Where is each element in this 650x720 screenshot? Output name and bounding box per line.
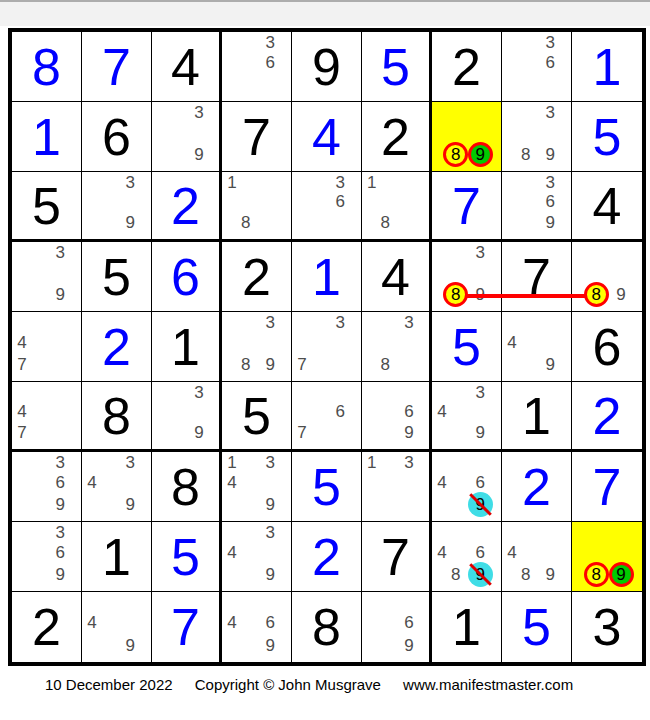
cell-r5c6[interactable]: 38 xyxy=(362,312,432,382)
digit-given: 5 xyxy=(82,242,151,311)
cell-r6c4[interactable]: 5 xyxy=(222,382,292,452)
cell-r4c7[interactable]: 389 xyxy=(432,242,502,312)
cell-r4c8[interactable]: 7 xyxy=(502,242,572,312)
candidate-3: 3 xyxy=(392,453,426,473)
digit-solved: 2 xyxy=(152,172,219,239)
digit-given: 6 xyxy=(82,102,151,171)
candidate-grid: 39 xyxy=(85,173,148,235)
candidate-6: 6 xyxy=(463,543,498,563)
cell-r6c8[interactable]: 1 xyxy=(502,382,572,452)
candidate-3: 3 xyxy=(323,313,358,333)
candidate-7: 7 xyxy=(15,353,29,377)
digit-solved: 7 xyxy=(572,452,642,521)
candidate-3: 3 xyxy=(533,33,568,53)
cell-r5c8[interactable]: 49 xyxy=(502,312,572,382)
candidate-9: 9 xyxy=(113,211,148,235)
cell-r1c7[interactable]: 2 xyxy=(432,32,502,102)
candidate-6: 6 xyxy=(392,402,426,421)
footer-date: 10 December 2022 xyxy=(45,676,173,693)
digit-given: 2 xyxy=(432,32,501,101)
candidate-grid: 469 xyxy=(435,453,498,517)
cell-r3c6[interactable]: 18 xyxy=(362,172,432,242)
footer-website[interactable]: www.manifestmaster.com xyxy=(403,676,573,693)
cell-r9c5[interactable]: 8 xyxy=(292,592,362,662)
cell-r3c1[interactable]: 5 xyxy=(12,172,82,242)
cell-r8c1[interactable]: 369 xyxy=(12,522,82,592)
cell-r6c5[interactable]: 67 xyxy=(292,382,362,452)
cell-r6c6[interactable]: 69 xyxy=(362,382,432,452)
candidate-9: 9 xyxy=(253,563,288,587)
cell-r7c5[interactable]: 5 xyxy=(292,452,362,522)
candidate-grid: 389 xyxy=(225,313,288,377)
digit-given: 2 xyxy=(362,102,429,171)
candidate-4: 4 xyxy=(505,333,519,353)
candidate-7: 7 xyxy=(295,353,309,377)
digit-solved: 8 xyxy=(12,32,81,101)
candidate-grid: 69 xyxy=(365,383,426,445)
digit-solved: 5 xyxy=(572,102,642,171)
digit-given: 8 xyxy=(82,382,151,449)
cell-r5c5[interactable]: 37 xyxy=(292,312,362,382)
candidate-6: 6 xyxy=(323,192,358,211)
cell-r4c2[interactable]: 5 xyxy=(82,242,152,312)
cell-r8c7[interactable]: 4689 xyxy=(432,522,502,592)
candidate-8: 8 xyxy=(239,353,253,377)
digit-given: 4 xyxy=(152,32,219,101)
cell-r4c5[interactable]: 1 xyxy=(292,242,362,312)
candidate-grid: 38 xyxy=(365,313,426,377)
candidate-9: 9 xyxy=(43,493,78,517)
candidate-3: 3 xyxy=(43,243,78,263)
cell-r5c2[interactable]: 2 xyxy=(82,312,152,382)
candidate-6: 6 xyxy=(463,473,498,493)
candidate-3: 3 xyxy=(43,523,78,543)
candidate-8: 8 xyxy=(378,353,391,377)
candidate-8: 8 xyxy=(519,143,533,167)
candidate-3: 3 xyxy=(253,33,288,53)
candidate-7: 7 xyxy=(15,421,29,445)
candidate-4: 4 xyxy=(15,402,29,421)
candidate-8-yellow-circle: 8 xyxy=(584,282,609,307)
cell-r7c4[interactable]: 1349 xyxy=(222,452,292,522)
digit-solved: 2 xyxy=(572,382,642,449)
candidate-1: 1 xyxy=(225,453,239,473)
digit-solved: 7 xyxy=(82,32,151,101)
candidate-3: 3 xyxy=(253,453,288,473)
digit-given: 6 xyxy=(572,312,642,381)
cell-r2c5[interactable]: 4 xyxy=(292,102,362,172)
cell-r7c8[interactable]: 2 xyxy=(502,452,572,522)
candidate-grid: 18 xyxy=(225,173,288,235)
cell-r6c1[interactable]: 47 xyxy=(12,382,82,452)
candidate-4: 4 xyxy=(225,613,239,633)
candidate-3: 3 xyxy=(253,523,288,543)
cell-r7c7[interactable]: 469 xyxy=(432,452,502,522)
cell-r1c4[interactable]: 36 xyxy=(222,32,292,102)
candidate-grid: 369 xyxy=(15,453,78,517)
cell-r1c9[interactable]: 1 xyxy=(572,32,642,102)
cell-r6c7[interactable]: 349 xyxy=(432,382,502,452)
digit-given: 7 xyxy=(222,102,291,171)
cell-r9c2[interactable]: 49 xyxy=(82,592,152,662)
cell-r1c8[interactable]: 36 xyxy=(502,32,572,102)
candidate-grid: 47 xyxy=(15,313,78,377)
candidate-4: 4 xyxy=(505,543,519,563)
candidate-9: 9 xyxy=(533,563,568,587)
sudoku-grid: 8743695236116397428938955392183618736943… xyxy=(12,32,642,662)
cell-r8c8[interactable]: 489 xyxy=(502,522,572,592)
candidate-9: 9 xyxy=(533,211,568,235)
cell-r9c8[interactable]: 5 xyxy=(502,592,572,662)
digit-given: 4 xyxy=(572,172,642,239)
cell-r1c5[interactable]: 9 xyxy=(292,32,362,102)
digit-solved: 1 xyxy=(12,102,81,171)
candidate-3: 3 xyxy=(182,103,216,123)
candidate-9: 9 xyxy=(392,421,426,445)
digit-given: 7 xyxy=(362,522,429,591)
candidate-8: 8 xyxy=(519,563,533,587)
candidate-6: 6 xyxy=(43,473,78,493)
cell-r3c7[interactable]: 7 xyxy=(432,172,502,242)
candidate-grid: 349 xyxy=(225,523,288,587)
cell-r9c6[interactable]: 69 xyxy=(362,592,432,662)
candidate-9: 9 xyxy=(182,421,216,445)
candidate-grid: 13 xyxy=(365,453,426,517)
candidate-grid: 36 xyxy=(505,33,568,97)
candidate-7: 7 xyxy=(295,421,309,445)
digit-given: 8 xyxy=(152,452,219,521)
candidate-9-green-circle: 9 xyxy=(609,562,634,587)
cell-r8c5[interactable]: 2 xyxy=(292,522,362,592)
candidate-3: 3 xyxy=(533,173,568,192)
candidate-3: 3 xyxy=(463,243,498,263)
candidate-1: 1 xyxy=(365,453,378,473)
candidate-9: 9 xyxy=(43,563,78,587)
footer-copyright: Copyright © John Musgrave xyxy=(195,676,381,693)
cell-r4c9[interactable]: 89 xyxy=(572,242,642,312)
candidate-3: 3 xyxy=(392,313,426,333)
candidate-4: 4 xyxy=(435,402,449,421)
digit-given: 9 xyxy=(292,32,361,101)
candidate-8: 8 xyxy=(378,211,391,235)
candidate-3: 3 xyxy=(113,453,148,473)
cell-r5c3[interactable]: 1 xyxy=(152,312,222,382)
candidate-9: 9 xyxy=(253,633,288,658)
cell-r7c1[interactable]: 369 xyxy=(12,452,82,522)
candidate-4: 4 xyxy=(225,543,239,563)
candidate-grid: 36 xyxy=(225,33,288,97)
cell-r7c3[interactable]: 8 xyxy=(152,452,222,522)
cell-r2c9[interactable]: 5 xyxy=(572,102,642,172)
candidate-8: 8 xyxy=(449,563,463,587)
candidate-3: 3 xyxy=(323,173,358,192)
digit-solved: 1 xyxy=(572,32,642,101)
candidate-4: 4 xyxy=(85,613,99,633)
digit-solved: 1 xyxy=(292,242,361,311)
cell-r3c9[interactable]: 4 xyxy=(572,172,642,242)
candidate-grid: 349 xyxy=(435,383,498,445)
candidate-3: 3 xyxy=(253,313,288,333)
cell-r4c4[interactable]: 2 xyxy=(222,242,292,312)
cell-r5c9[interactable]: 6 xyxy=(572,312,642,382)
candidate-grid: 89 xyxy=(575,523,639,587)
digit-given: 5 xyxy=(12,172,81,239)
cell-r2c6[interactable]: 2 xyxy=(362,102,432,172)
candidate-grid: 1349 xyxy=(225,453,288,517)
candidate-9: 9 xyxy=(253,353,288,377)
cell-r5c7[interactable]: 5 xyxy=(432,312,502,382)
candidate-grid: 47 xyxy=(15,383,78,445)
cell-r2c7[interactable]: 89 xyxy=(432,102,502,172)
cell-r3c2[interactable]: 39 xyxy=(82,172,152,242)
candidate-3: 3 xyxy=(113,173,148,192)
cell-r7c6[interactable]: 13 xyxy=(362,452,432,522)
candidate-9: 9 xyxy=(253,493,288,517)
cell-r9c7[interactable]: 1 xyxy=(432,592,502,662)
digit-given: 3 xyxy=(572,592,642,662)
candidate-1: 1 xyxy=(225,173,239,192)
digit-solved: 5 xyxy=(432,312,501,381)
candidate-grid: 489 xyxy=(505,523,568,587)
candidate-6: 6 xyxy=(43,543,78,563)
candidate-6: 6 xyxy=(253,53,288,73)
digit-given: 2 xyxy=(222,242,291,311)
cell-r6c3[interactable]: 39 xyxy=(152,382,222,452)
cell-r4c1[interactable]: 39 xyxy=(12,242,82,312)
candidate-9-green-circle: 9 xyxy=(468,142,493,167)
cell-r4c3[interactable]: 6 xyxy=(152,242,222,312)
cell-r7c2[interactable]: 349 xyxy=(82,452,152,522)
cell-r3c4[interactable]: 18 xyxy=(222,172,292,242)
digit-given: 5 xyxy=(222,382,291,449)
digit-solved: 2 xyxy=(82,312,151,381)
cell-r3c3[interactable]: 2 xyxy=(152,172,222,242)
candidate-6: 6 xyxy=(533,192,568,211)
candidate-9: 9 xyxy=(113,633,148,658)
cell-r8c9[interactable]: 89 xyxy=(572,522,642,592)
cell-r6c2[interactable]: 8 xyxy=(82,382,152,452)
candidate-4: 4 xyxy=(15,333,29,353)
candidate-6: 6 xyxy=(253,613,288,633)
candidate-9-cyan-strike: 9 xyxy=(468,492,493,517)
candidate-grid: 369 xyxy=(15,523,78,587)
candidate-grid: 39 xyxy=(155,383,216,445)
top-band xyxy=(0,0,650,26)
cell-r4c6[interactable]: 4 xyxy=(362,242,432,312)
digit-solved: 7 xyxy=(432,172,501,239)
candidate-grid: 369 xyxy=(505,173,568,235)
digit-solved: 5 xyxy=(362,32,429,101)
digit-given: 1 xyxy=(502,382,571,449)
strong-link-line xyxy=(456,294,596,298)
candidate-grid: 389 xyxy=(505,103,568,167)
candidate-4: 4 xyxy=(435,543,449,563)
candidate-grid: 89 xyxy=(575,243,639,307)
cell-r1c3[interactable]: 4 xyxy=(152,32,222,102)
digit-solved: 5 xyxy=(292,452,361,521)
candidate-grid: 4689 xyxy=(435,523,498,587)
digit-solved: 5 xyxy=(502,592,571,662)
candidate-9: 9 xyxy=(392,633,426,658)
candidate-4: 4 xyxy=(225,473,239,493)
candidate-6: 6 xyxy=(323,402,358,421)
cell-r7c9[interactable]: 7 xyxy=(572,452,642,522)
candidate-9: 9 xyxy=(533,353,568,377)
digit-given: 7 xyxy=(502,242,571,311)
cell-r3c8[interactable]: 369 xyxy=(502,172,572,242)
cell-r5c1[interactable]: 47 xyxy=(12,312,82,382)
cell-r9c9[interactable]: 3 xyxy=(572,592,642,662)
candidate-3: 3 xyxy=(533,103,568,123)
candidate-9: 9 xyxy=(463,421,498,445)
candidate-grid: 39 xyxy=(155,103,216,167)
candidate-grid: 37 xyxy=(295,313,358,377)
cell-r1c1[interactable]: 8 xyxy=(12,32,82,102)
candidate-9-cyan-strike: 9 xyxy=(468,562,493,587)
digit-given: 1 xyxy=(152,312,219,381)
candidate-9: 9 xyxy=(182,143,216,167)
cell-r9c1[interactable]: 2 xyxy=(12,592,82,662)
cell-r2c3[interactable]: 39 xyxy=(152,102,222,172)
candidate-grid: 69 xyxy=(365,593,426,658)
digit-solved: 4 xyxy=(292,102,361,171)
candidate-grid: 349 xyxy=(85,453,148,517)
cell-r8c6[interactable]: 7 xyxy=(362,522,432,592)
candidate-4: 4 xyxy=(435,473,449,493)
cell-r2c1[interactable]: 1 xyxy=(12,102,82,172)
candidate-1: 1 xyxy=(365,173,378,192)
candidate-grid: 49 xyxy=(505,313,568,377)
digit-given: 8 xyxy=(292,592,361,662)
candidate-6: 6 xyxy=(533,53,568,73)
candidate-8: 8 xyxy=(239,211,253,235)
candidate-8-yellow-circle: 8 xyxy=(584,562,609,587)
cell-r8c4[interactable]: 349 xyxy=(222,522,292,592)
candidate-grid: 89 xyxy=(435,103,498,167)
cell-r2c4[interactable]: 7 xyxy=(222,102,292,172)
candidate-grid: 18 xyxy=(365,173,426,235)
cell-r8c3[interactable]: 5 xyxy=(152,522,222,592)
digit-given: 1 xyxy=(82,522,151,591)
cell-r8c2[interactable]: 1 xyxy=(82,522,152,592)
cell-r5c4[interactable]: 389 xyxy=(222,312,292,382)
candidate-3: 3 xyxy=(182,383,216,402)
digit-solved: 7 xyxy=(152,592,219,662)
footer: 10 December 2022 Copyright © John Musgra… xyxy=(45,676,573,693)
candidate-9: 9 xyxy=(113,493,148,517)
candidate-3: 3 xyxy=(43,453,78,473)
candidate-6: 6 xyxy=(392,613,426,633)
cell-r9c4[interactable]: 469 xyxy=(222,592,292,662)
cell-r2c8[interactable]: 389 xyxy=(502,102,572,172)
candidate-9: 9 xyxy=(43,283,78,307)
digit-solved: 5 xyxy=(152,522,219,591)
candidate-grid: 36 xyxy=(295,173,358,235)
candidate-grid: 469 xyxy=(225,593,288,658)
cell-r2c2[interactable]: 6 xyxy=(82,102,152,172)
candidate-grid: 49 xyxy=(85,593,148,658)
candidate-grid: 67 xyxy=(295,383,358,445)
digit-given: 1 xyxy=(432,592,501,662)
cell-r1c2[interactable]: 7 xyxy=(82,32,152,102)
cell-r3c5[interactable]: 36 xyxy=(292,172,362,242)
candidate-9: 9 xyxy=(533,143,568,167)
digit-given: 2 xyxy=(12,592,81,662)
digit-solved: 6 xyxy=(152,242,219,311)
candidate-grid: 39 xyxy=(15,243,78,307)
candidate-4: 4 xyxy=(85,473,99,493)
candidate-3: 3 xyxy=(463,383,498,402)
cell-r1c6[interactable]: 5 xyxy=(362,32,432,102)
cell-r6c9[interactable]: 2 xyxy=(572,382,642,452)
digit-solved: 2 xyxy=(292,522,361,591)
cell-r9c3[interactable]: 7 xyxy=(152,592,222,662)
digit-solved: 2 xyxy=(502,452,571,521)
sudoku-board: 8743695236116397428938955392183618736943… xyxy=(8,28,646,666)
digit-given: 4 xyxy=(362,242,429,311)
